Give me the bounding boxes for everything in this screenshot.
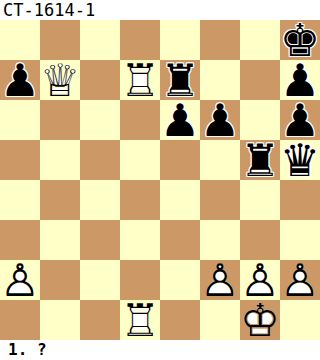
square-h5[interactable]: ♛	[280, 140, 320, 180]
white-pawn[interactable]: ♟♙	[240, 260, 280, 300]
black-king[interactable]: ♚	[280, 20, 320, 60]
chess-board[interactable]: ♚♟♛♕♜♖♜♟♟♟♟♜♛♟♙♟♙♟♙♟♙♜♖♚♔	[0, 20, 320, 340]
square-a3[interactable]	[0, 220, 40, 260]
chess-puzzle-page: CT-1614-1 ♚♟♛♕♜♖♜♟♟♟♟♜♛♟♙♟♙♟♙♟♙♜♖♚♔ 1. ?	[0, 0, 320, 360]
square-g6[interactable]	[240, 100, 280, 140]
black-pawn-glyph: ♟	[200, 98, 240, 143]
white-king-fill: ♚	[240, 298, 280, 343]
white-queen[interactable]: ♛♕	[40, 60, 80, 100]
square-b1[interactable]	[40, 300, 80, 340]
white-pawn-outline: ♙	[0, 258, 40, 303]
square-h1[interactable]	[280, 300, 320, 340]
square-d4[interactable]	[120, 180, 160, 220]
square-c3[interactable]	[80, 220, 120, 260]
square-g3[interactable]	[240, 220, 280, 260]
square-f7[interactable]	[200, 60, 240, 100]
square-e6[interactable]: ♟	[160, 100, 200, 140]
square-e5[interactable]	[160, 140, 200, 180]
square-a6[interactable]	[0, 100, 40, 140]
square-d3[interactable]	[120, 220, 160, 260]
white-rook[interactable]: ♜♖	[120, 60, 160, 100]
white-pawn-fill: ♟	[280, 258, 320, 303]
white-pawn-outline: ♙	[240, 258, 280, 303]
square-a2[interactable]: ♟♙	[0, 260, 40, 300]
white-rook-outline: ♖	[120, 58, 160, 103]
square-c7[interactable]	[80, 60, 120, 100]
white-pawn-fill: ♟	[240, 258, 280, 303]
black-pawn[interactable]: ♟	[160, 100, 200, 140]
square-a8[interactable]	[0, 20, 40, 60]
square-b6[interactable]	[40, 100, 80, 140]
square-g2[interactable]: ♟♙	[240, 260, 280, 300]
white-pawn-fill: ♟	[200, 258, 240, 303]
white-queen-fill: ♛	[40, 58, 80, 103]
square-f1[interactable]	[200, 300, 240, 340]
white-pawn-outline: ♙	[280, 258, 320, 303]
black-queen[interactable]: ♛	[280, 140, 320, 180]
black-pawn[interactable]: ♟	[280, 60, 320, 100]
square-h2[interactable]: ♟♙	[280, 260, 320, 300]
square-b2[interactable]	[40, 260, 80, 300]
square-e1[interactable]	[160, 300, 200, 340]
white-rook-fill: ♜	[120, 298, 160, 343]
square-g1[interactable]: ♚♔	[240, 300, 280, 340]
square-h6[interactable]: ♟	[280, 100, 320, 140]
black-pawn-glyph: ♟	[280, 58, 320, 103]
square-f4[interactable]	[200, 180, 240, 220]
square-b5[interactable]	[40, 140, 80, 180]
square-c5[interactable]	[80, 140, 120, 180]
square-g7[interactable]	[240, 60, 280, 100]
square-g5[interactable]: ♜	[240, 140, 280, 180]
black-rook-glyph: ♜	[160, 58, 200, 103]
square-e8[interactable]	[160, 20, 200, 60]
square-h8[interactable]: ♚	[280, 20, 320, 60]
square-b8[interactable]	[40, 20, 80, 60]
white-pawn[interactable]: ♟♙	[0, 260, 40, 300]
black-king-glyph: ♚	[280, 18, 320, 63]
white-pawn[interactable]: ♟♙	[200, 260, 240, 300]
black-rook[interactable]: ♜	[160, 60, 200, 100]
square-c1[interactable]	[80, 300, 120, 340]
square-g4[interactable]	[240, 180, 280, 220]
square-e3[interactable]	[160, 220, 200, 260]
square-a4[interactable]	[0, 180, 40, 220]
black-rook[interactable]: ♜	[240, 140, 280, 180]
black-pawn-glyph: ♟	[280, 98, 320, 143]
square-a1[interactable]	[0, 300, 40, 340]
move-prompt: 1. ?	[0, 340, 320, 360]
square-d2[interactable]	[120, 260, 160, 300]
square-a7[interactable]: ♟	[0, 60, 40, 100]
square-d8[interactable]	[120, 20, 160, 60]
black-rook-glyph: ♜	[240, 138, 280, 183]
white-pawn-outline: ♙	[200, 258, 240, 303]
black-pawn-glyph: ♟	[0, 58, 40, 103]
square-e4[interactable]	[160, 180, 200, 220]
black-pawn[interactable]: ♟	[280, 100, 320, 140]
square-b4[interactable]	[40, 180, 80, 220]
square-e7[interactable]: ♜	[160, 60, 200, 100]
square-d5[interactable]	[120, 140, 160, 180]
black-pawn-glyph: ♟	[160, 98, 200, 143]
square-a5[interactable]	[0, 140, 40, 180]
square-c6[interactable]	[80, 100, 120, 140]
square-h7[interactable]: ♟	[280, 60, 320, 100]
white-rook-outline: ♖	[120, 298, 160, 343]
square-d1[interactable]: ♜♖	[120, 300, 160, 340]
black-pawn[interactable]: ♟	[200, 100, 240, 140]
square-f6[interactable]: ♟	[200, 100, 240, 140]
black-queen-glyph: ♛	[280, 138, 320, 183]
square-c4[interactable]	[80, 180, 120, 220]
square-h3[interactable]	[280, 220, 320, 260]
square-c2[interactable]	[80, 260, 120, 300]
square-h4[interactable]	[280, 180, 320, 220]
square-f3[interactable]	[200, 220, 240, 260]
black-pawn[interactable]: ♟	[0, 60, 40, 100]
square-b3[interactable]	[40, 220, 80, 260]
square-f8[interactable]	[200, 20, 240, 60]
square-e2[interactable]	[160, 260, 200, 300]
white-pawn-fill: ♟	[0, 258, 40, 303]
square-f5[interactable]	[200, 140, 240, 180]
square-f2[interactable]: ♟♙	[200, 260, 240, 300]
square-d7[interactable]: ♜♖	[120, 60, 160, 100]
square-c8[interactable]	[80, 20, 120, 60]
square-g8[interactable]	[240, 20, 280, 60]
white-queen-outline: ♕	[40, 58, 80, 103]
white-rook-fill: ♜	[120, 58, 160, 103]
puzzle-title: CT-1614-1	[0, 0, 320, 20]
white-king-outline: ♔	[240, 298, 280, 343]
white-rook[interactable]: ♜♖	[120, 300, 160, 340]
square-d6[interactable]	[120, 100, 160, 140]
white-king[interactable]: ♚♔	[240, 300, 280, 340]
white-pawn[interactable]: ♟♙	[280, 260, 320, 300]
square-b7[interactable]: ♛♕	[40, 60, 80, 100]
